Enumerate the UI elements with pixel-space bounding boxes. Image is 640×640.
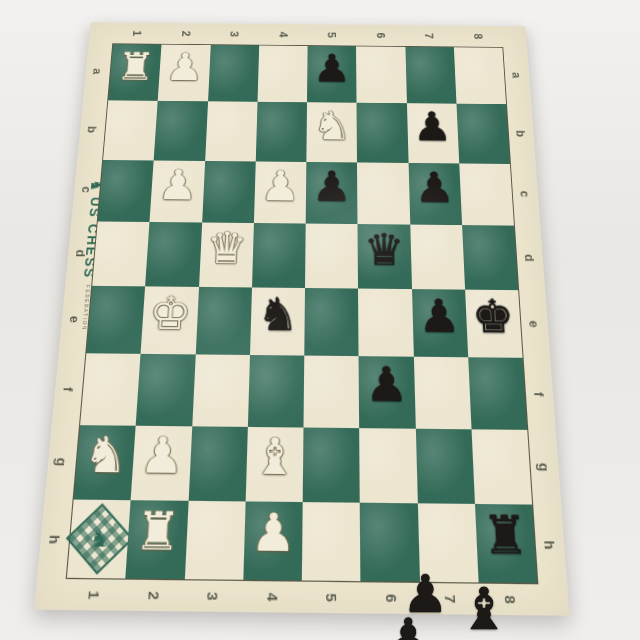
board-perspective-wrapper: 12345678 12345678 abcdefgh abcdefgh ♞ US…	[34, 22, 569, 616]
file-label-f: f	[32, 377, 105, 401]
file-label-d: d	[46, 242, 115, 263]
square-b5[interactable]: ♞	[306, 102, 357, 162]
square-b6[interactable]	[357, 103, 408, 163]
square-glare	[357, 162, 410, 224]
square-g1[interactable]: ♞	[74, 425, 136, 500]
file-label-c: c	[53, 179, 121, 200]
square-g5[interactable]	[303, 427, 360, 502]
rank-label-2: 2	[139, 564, 167, 628]
black-knight-e4[interactable]: ♞	[256, 292, 299, 338]
file-label-g: g	[507, 455, 582, 480]
square-f6[interactable]: ♟	[359, 356, 415, 428]
square-a5[interactable]: ♟	[307, 46, 357, 103]
square-glare	[305, 223, 358, 288]
square-g7[interactable]	[415, 428, 474, 503]
square-e6[interactable]	[358, 289, 413, 357]
square-d3[interactable]: ♛	[199, 222, 254, 287]
square-a2[interactable]: ♟	[158, 45, 210, 102]
square-d4[interactable]	[252, 223, 306, 288]
square-glare	[252, 223, 306, 288]
white-pawn-c2[interactable]: ♟	[157, 164, 199, 206]
white-pawn-h4[interactable]: ♟	[250, 506, 296, 559]
file-label-c: c	[492, 184, 560, 205]
square-g2[interactable]: ♟	[131, 425, 192, 500]
square-b3[interactable]	[205, 102, 258, 162]
square-glare	[303, 427, 360, 502]
white-knight-g1[interactable]: ♞	[82, 429, 130, 480]
rank-label-4: 4	[273, 13, 294, 56]
square-glare	[145, 222, 201, 287]
square-glare	[154, 101, 208, 160]
black-pawn-a5[interactable]: ♟	[313, 49, 351, 87]
square-glare	[195, 287, 252, 355]
square-b2[interactable]	[154, 101, 208, 160]
black-queen-d6[interactable]: ♛	[364, 228, 405, 272]
square-e4[interactable]: ♞	[250, 287, 305, 355]
file-label-f: f	[503, 382, 576, 406]
square-glare	[357, 103, 408, 163]
chess-board: 12345678 12345678 abcdefgh abcdefgh ♞ US…	[34, 22, 569, 616]
rank-label-6: 6	[370, 14, 391, 57]
square-glare	[304, 288, 359, 356]
square-glare	[256, 102, 307, 162]
rank-label-1: 1	[79, 563, 108, 627]
square-b7[interactable]: ♟	[406, 103, 458, 163]
white-rook-h2[interactable]: ♜	[134, 505, 182, 558]
captured-black-pawn[interactable]: ♟	[386, 612, 431, 640]
square-e3[interactable]	[195, 287, 252, 355]
white-king-e2[interactable]: ♚	[148, 290, 192, 336]
black-pawn-b7[interactable]: ♟	[412, 107, 452, 147]
white-pawn-g2[interactable]: ♟	[139, 430, 186, 481]
board-frame: ♜♟♟♞♟♟♟♟♟♛♛♚♞♟♚♟♞♟♝♞♜♟♜	[66, 43, 539, 584]
square-e2[interactable]: ♚	[141, 286, 199, 354]
black-pawn-f6[interactable]: ♟	[365, 361, 409, 409]
rank-label-7: 7	[419, 14, 441, 57]
square-glare	[359, 428, 417, 503]
white-queen-d3[interactable]: ♛	[205, 226, 247, 270]
square-g3[interactable]	[188, 426, 247, 501]
table-scene: 12345678 12345678 abcdefgh abcdefgh ♞ US…	[0, 0, 640, 640]
square-d7[interactable]	[410, 224, 465, 289]
square-glare	[303, 356, 359, 428]
black-king-e8[interactable]: ♚	[471, 294, 515, 340]
square-f4[interactable]	[248, 355, 305, 427]
file-label-h: h	[16, 526, 93, 552]
board-grid: ♜♟♟♞♟♟♟♟♟♛♛♚♞♟♚♟♞♟♝♞♜♟♜	[67, 44, 537, 583]
white-pawn-c4[interactable]: ♟	[260, 165, 301, 207]
file-label-e: e	[39, 308, 110, 331]
square-c6[interactable]	[357, 162, 410, 224]
rank-label-8: 8	[467, 15, 489, 58]
square-d5[interactable]	[305, 223, 358, 288]
square-glare	[358, 289, 413, 357]
white-rook-a1[interactable]: ♜	[115, 48, 156, 86]
white-bishop-g4[interactable]: ♝	[252, 431, 297, 482]
square-f3[interactable]	[192, 355, 250, 427]
square-glare	[188, 426, 247, 501]
black-pawn-c5[interactable]: ♟	[312, 165, 352, 207]
square-c5[interactable]: ♟	[306, 162, 358, 224]
square-c2[interactable]: ♟	[150, 160, 205, 222]
square-e7[interactable]: ♟	[412, 289, 468, 357]
square-g4[interactable]: ♝	[245, 426, 303, 501]
rank-label-4: 4	[259, 565, 285, 629]
rank-labels-top: 12345678	[112, 24, 503, 45]
square-glare	[202, 161, 256, 223]
square-e8[interactable]: ♚	[465, 290, 523, 358]
square-d6[interactable]: ♛	[358, 224, 412, 289]
square-c7[interactable]: ♟	[408, 163, 462, 225]
square-g6[interactable]	[359, 428, 417, 503]
black-pawn-c7[interactable]: ♟	[414, 166, 455, 208]
square-glare	[410, 224, 465, 289]
square-glare	[136, 354, 195, 426]
square-f5[interactable]	[303, 356, 359, 428]
white-knight-b5[interactable]: ♞	[312, 106, 351, 146]
square-glare	[413, 357, 471, 429]
square-c4[interactable]: ♟	[254, 161, 307, 223]
square-d2[interactable]	[145, 222, 201, 287]
file-label-b: b	[488, 123, 554, 143]
square-c3[interactable]	[202, 161, 256, 223]
square-e5[interactable]	[304, 288, 359, 356]
square-glare	[415, 428, 474, 503]
square-b4[interactable]	[256, 102, 307, 162]
rank-label-5: 5	[319, 566, 344, 630]
white-pawn-a2[interactable]: ♟	[164, 48, 204, 86]
black-rook-h8[interactable]: ♜	[481, 508, 529, 561]
black-pawn-e7[interactable]: ♟	[418, 293, 461, 339]
file-label-b: b	[59, 119, 125, 139]
square-a1[interactable]: ♜	[108, 44, 161, 101]
file-label-a: a	[485, 66, 550, 85]
file-label-d: d	[495, 247, 564, 269]
square-glare	[205, 102, 258, 162]
square-glare	[248, 355, 305, 427]
square-f2[interactable]	[136, 354, 195, 426]
rank-label-3: 3	[224, 13, 246, 56]
square-f7[interactable]	[413, 357, 471, 429]
square-glare	[192, 355, 250, 427]
captured-black-bishop[interactable]: ♝	[458, 580, 510, 638]
rank-label-3: 3	[199, 564, 226, 628]
